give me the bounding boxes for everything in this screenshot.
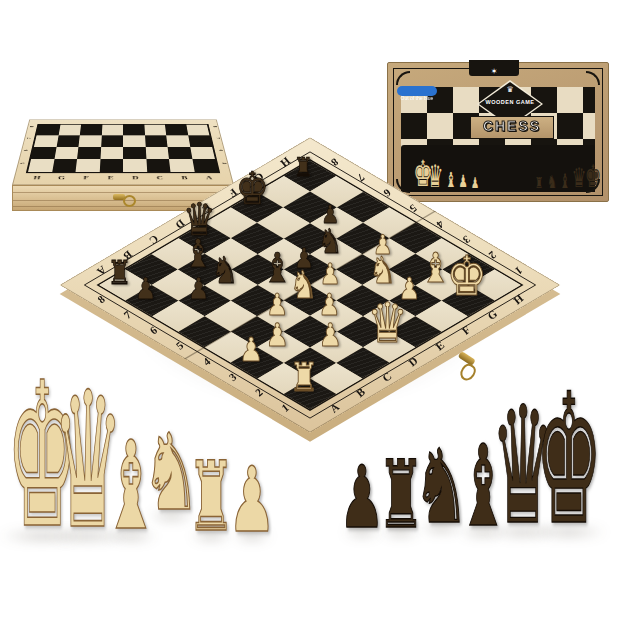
- coord-rank-near-3: 3: [227, 371, 238, 383]
- piece-ground-shadow: [380, 526, 421, 538]
- clasp-hook: [457, 361, 478, 383]
- folded-square: [123, 125, 145, 136]
- box-tray-dark-knight: ♞: [547, 175, 557, 189]
- coord-file-near-D: D: [407, 355, 420, 369]
- lineup-white-king: ♚: [6, 376, 78, 536]
- lineup-black-queen: ♛: [491, 402, 555, 532]
- coord-rank-near-8: 8: [96, 294, 107, 306]
- star-icon: ✶: [491, 67, 498, 76]
- coord-file-far-B: B: [121, 248, 134, 261]
- folded-number-left-7: 7: [26, 137, 32, 138]
- folded-board: HGFEDCBA 87658765: [12, 50, 234, 211]
- folded-board-letters: HGFEDCBA: [23, 175, 222, 184]
- coord-rank-near-1: 1: [280, 402, 291, 414]
- box-title-ribbon: CHESS: [470, 116, 554, 139]
- folded-letter-B: B: [172, 175, 198, 184]
- coord-rank-far-8: 8: [329, 156, 340, 168]
- coord-rank-near-6: 6: [148, 325, 159, 337]
- lineup-black-rook: ♜: [377, 457, 424, 532]
- coord-rank-far-2: 2: [487, 249, 498, 261]
- box-tray-light-pawn: ♟: [471, 177, 479, 189]
- piece-ground-shadow: [190, 530, 232, 542]
- lineup-white-knight: ♞: [142, 431, 201, 516]
- lineup-white-pawn: ♟: [228, 464, 276, 536]
- product-photo-scene: HGFEDCBA 87658765 ♚♛♝♟♟♜♞♝♛♚ ✶ ♛ WO: [0, 0, 620, 620]
- folded-letter-D: D: [123, 175, 148, 184]
- folded-square: [52, 159, 77, 172]
- coord-file-near-E: E: [433, 340, 446, 353]
- corner-flourish-icon: [586, 71, 600, 85]
- piece-ground-shadow: [148, 510, 195, 522]
- folded-square: [80, 125, 102, 136]
- folded-square: [101, 125, 123, 136]
- box-title: CHESS: [483, 118, 541, 134]
- coord-rank-far-7: 7: [355, 171, 366, 183]
- coord-file-far-E: E: [200, 202, 213, 215]
- folded-square: [190, 147, 215, 159]
- folded-square: [144, 125, 166, 136]
- coord-file-near-A: A: [328, 401, 341, 415]
- folded-square: [99, 159, 123, 172]
- coord-rank-far-6: 6: [382, 187, 393, 199]
- box-tray-light-bishop: ♝: [445, 172, 456, 189]
- folded-board-checker: [26, 124, 220, 174]
- folded-square: [77, 147, 101, 159]
- piece-ground-shadow: [343, 526, 381, 538]
- box-tray-light-queen: ♛: [427, 164, 444, 189]
- folded-number-right-8: 8: [212, 126, 217, 127]
- coord-rank-far-4: 4: [434, 218, 445, 230]
- folded-square: [100, 147, 123, 159]
- lineup-white-bishop: ♝: [103, 438, 160, 536]
- lineup-black-knight: ♞: [413, 446, 470, 528]
- brand-logo: Out of the blue: [397, 86, 437, 96]
- lineup-white-rook: ♜: [187, 459, 235, 536]
- lineup-black-pawn: ♟: [339, 463, 385, 532]
- coord-file-far-C: C: [147, 233, 160, 247]
- folded-square: [186, 125, 210, 136]
- folded-board-top: HGFEDCBA 87658765: [12, 120, 234, 185]
- coord-rank-near-2: 2: [253, 387, 264, 399]
- folded-square: [78, 135, 101, 147]
- coord-file-far-D: D: [174, 217, 187, 231]
- coord-file-far-F: F: [227, 187, 239, 200]
- coord-rank-far-5: 5: [408, 202, 419, 214]
- coord-rank-far-1: 1: [513, 264, 524, 276]
- coord-file-far-G: G: [252, 170, 266, 184]
- retail-box: ♚♛♝♟♟♜♞♝♛♚ ✶ ♛ WOODEN GAME CHESS Out of …: [387, 62, 609, 202]
- folded-square: [166, 135, 190, 147]
- coord-file-far-A: A: [95, 264, 108, 278]
- box-hanger-tab: ✶: [469, 60, 519, 76]
- folded-square: [28, 159, 54, 172]
- piece-ground-shadow: [232, 530, 272, 542]
- folded-square: [54, 147, 78, 159]
- folded-square: [101, 135, 123, 147]
- coord-file-near-F: F: [460, 324, 472, 337]
- coord-rank-near-7: 7: [122, 309, 133, 321]
- folded-number-left-8: 8: [29, 126, 34, 127]
- folded-square: [34, 135, 58, 147]
- crown-icon: ♛: [477, 86, 543, 94]
- folded-number-left-6: 6: [22, 150, 28, 151]
- folded-square: [192, 159, 218, 172]
- folded-square: [123, 147, 146, 159]
- piece-ground-shadow: [104, 530, 158, 542]
- folded-letter-G: G: [48, 175, 74, 184]
- lineup-white-queen: ♛: [53, 386, 124, 536]
- folded-square: [37, 125, 61, 136]
- coord-file-near-G: G: [485, 308, 499, 322]
- coord-rank-near-5: 5: [175, 340, 186, 352]
- box-tray-dark-rook: ♜: [535, 177, 543, 189]
- folded-letter-A: A: [196, 175, 223, 184]
- folded-letter-E: E: [98, 175, 123, 184]
- box-piece-tray: ♚♛♝♟♟♜♞♝♛♚: [401, 145, 595, 192]
- folded-number-right-5: 5: [221, 162, 227, 164]
- folded-square: [168, 147, 192, 159]
- folded-letter-H: H: [23, 175, 50, 184]
- folded-square: [188, 135, 212, 147]
- clasp-ring: [123, 195, 136, 207]
- lineup-black-bishop: ♝: [457, 442, 509, 532]
- folded-number-left-5: 5: [19, 162, 25, 164]
- brass-clasp-icon: [113, 193, 135, 205]
- box-tray-dark-bishop: ♝: [560, 173, 571, 189]
- coord-file-near-B: B: [355, 386, 368, 399]
- piece-ground-shadow: [529, 526, 608, 538]
- folded-square: [145, 135, 168, 147]
- folded-square: [146, 159, 171, 172]
- folded-square: [58, 125, 81, 136]
- folded-square: [123, 159, 147, 172]
- coord-file-near-H: H: [512, 293, 526, 307]
- folded-square: [56, 135, 80, 147]
- folded-square: [169, 159, 194, 172]
- folded-square: [165, 125, 188, 136]
- corner-flourish-icon: [396, 71, 410, 85]
- folded-letter-F: F: [73, 175, 98, 184]
- brand-name: Out of the blue: [401, 95, 434, 101]
- lineup-black-king: ♚: [535, 388, 603, 532]
- box-tagline: WOODEN GAME: [477, 99, 543, 105]
- folded-square: [31, 147, 56, 159]
- folded-square: [145, 147, 169, 159]
- coord-rank-far-3: 3: [460, 233, 471, 245]
- box-tray-light-pawn: ♟: [458, 175, 467, 189]
- piece-black-rook-h8: ♜: [288, 154, 319, 180]
- folded-letter-C: C: [147, 175, 172, 184]
- folded-square: [123, 135, 145, 147]
- folded-square: [75, 159, 100, 172]
- coord-file-far-H: H: [278, 155, 292, 169]
- coord-rank-near-4: 4: [201, 356, 212, 368]
- folded-number-right-7: 7: [215, 137, 221, 138]
- coord-file-near-C: C: [381, 370, 394, 384]
- folded-number-right-6: 6: [218, 150, 224, 151]
